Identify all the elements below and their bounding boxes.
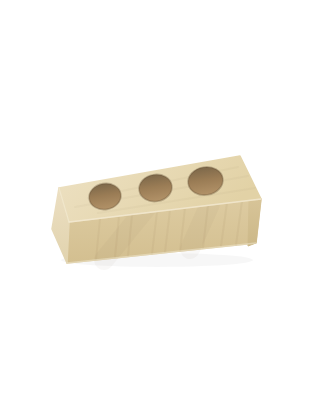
product-photo-canvas bbox=[0, 0, 315, 409]
wooden-block-image bbox=[0, 0, 315, 409]
